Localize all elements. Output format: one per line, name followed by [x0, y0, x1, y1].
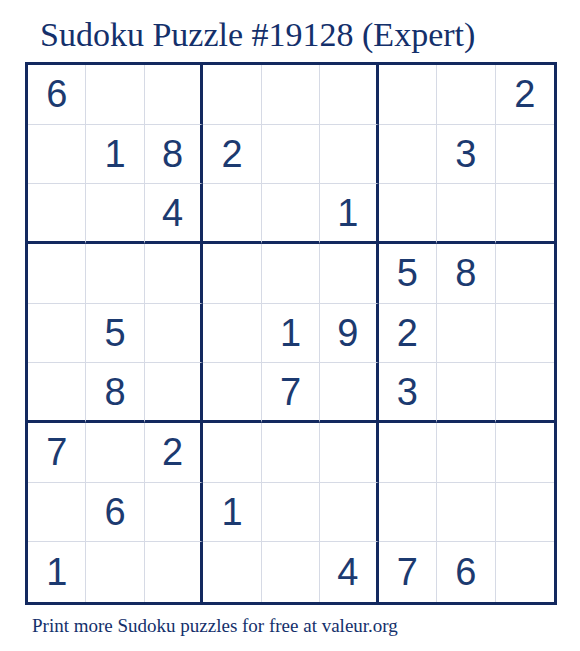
sudoku-cell [145, 542, 203, 602]
sudoku-cell [379, 125, 437, 185]
sudoku-cell [262, 125, 320, 185]
sudoku-cell [262, 542, 320, 602]
given-digit: 1 [221, 493, 242, 531]
sudoku-cell [379, 483, 437, 543]
sudoku-cell: 5 [379, 244, 437, 304]
sudoku-cell [437, 363, 495, 423]
sudoku-cell: 4 [320, 542, 378, 602]
sudoku-cell: 9 [320, 304, 378, 364]
sudoku-cell: 3 [437, 125, 495, 185]
sudoku-board: 6218234158519287372611476 [25, 62, 557, 605]
sudoku-cell [320, 244, 378, 304]
sudoku-cell [28, 184, 86, 244]
given-digit: 9 [337, 314, 358, 352]
sudoku-cell: 4 [145, 184, 203, 244]
sudoku-cell [145, 304, 203, 364]
given-digit: 4 [337, 553, 358, 591]
sudoku-cell [437, 304, 495, 364]
sudoku-cell: 3 [379, 363, 437, 423]
sudoku-cell [145, 363, 203, 423]
given-digit: 8 [105, 373, 126, 411]
sudoku-cell [262, 483, 320, 543]
sudoku-cell [86, 65, 144, 125]
sudoku-cell [203, 244, 261, 304]
sudoku-cell [262, 184, 320, 244]
sudoku-cell [28, 125, 86, 185]
given-digit: 8 [455, 254, 476, 292]
sudoku-cell [496, 363, 554, 423]
given-digit: 4 [162, 194, 183, 232]
sudoku-cell [496, 423, 554, 483]
sudoku-cell [262, 423, 320, 483]
sudoku-cell: 8 [86, 363, 144, 423]
sudoku-cell [203, 304, 261, 364]
sudoku-cell: 6 [28, 65, 86, 125]
sudoku-cell [496, 244, 554, 304]
sudoku-cell [203, 542, 261, 602]
sudoku-cell [320, 363, 378, 423]
given-digit: 2 [514, 75, 535, 113]
sudoku-cell [262, 65, 320, 125]
given-digit: 5 [397, 254, 418, 292]
sudoku-cell [437, 65, 495, 125]
given-digit: 2 [162, 433, 183, 471]
sudoku-cell: 2 [145, 423, 203, 483]
sudoku-cell [496, 542, 554, 602]
sudoku-cell [145, 483, 203, 543]
sudoku-cell: 1 [203, 483, 261, 543]
given-digit: 6 [105, 493, 126, 531]
given-digit: 1 [337, 194, 358, 232]
page-title: Sudoku Puzzle #19128 (Expert) [40, 16, 475, 54]
sudoku-cell [379, 423, 437, 483]
given-digit: 1 [280, 314, 301, 352]
sudoku-cell [203, 363, 261, 423]
sudoku-cell [320, 483, 378, 543]
sudoku-cell [379, 184, 437, 244]
sudoku-cell: 2 [496, 65, 554, 125]
sudoku-cell: 6 [86, 483, 144, 543]
sudoku-cell [496, 483, 554, 543]
sudoku-cell [496, 184, 554, 244]
given-digit: 5 [105, 314, 126, 352]
sudoku-cell [203, 423, 261, 483]
sudoku-cell [437, 184, 495, 244]
sudoku-cell [86, 542, 144, 602]
sudoku-cell: 7 [379, 542, 437, 602]
given-digit: 2 [221, 135, 242, 173]
sudoku-cell: 5 [86, 304, 144, 364]
sudoku-cell [320, 65, 378, 125]
sudoku-cell [203, 65, 261, 125]
sudoku-cell [496, 125, 554, 185]
sudoku-cell [437, 423, 495, 483]
given-digit: 3 [455, 135, 476, 173]
sudoku-cell [379, 65, 437, 125]
sudoku-cell [262, 244, 320, 304]
sudoku-cell [28, 483, 86, 543]
sudoku-cell: 6 [437, 542, 495, 602]
sudoku-cell [86, 184, 144, 244]
sudoku-cell [437, 483, 495, 543]
given-digit: 2 [397, 314, 418, 352]
sudoku-cell: 1 [262, 304, 320, 364]
sudoku-cell [145, 65, 203, 125]
given-digit: 1 [105, 135, 126, 173]
sudoku-cell: 7 [28, 423, 86, 483]
sudoku-cell [28, 363, 86, 423]
given-digit: 7 [397, 553, 418, 591]
given-digit: 6 [46, 75, 67, 113]
sudoku-cell [145, 244, 203, 304]
sudoku-cell [28, 304, 86, 364]
sudoku-cell: 1 [320, 184, 378, 244]
sudoku-cell: 1 [86, 125, 144, 185]
sudoku-cell: 1 [28, 542, 86, 602]
sudoku-cell [320, 423, 378, 483]
given-digit: 7 [280, 373, 301, 411]
sudoku-cell: 8 [145, 125, 203, 185]
footer-credit: Print more Sudoku puzzles for free at va… [32, 615, 398, 637]
sudoku-cell [496, 304, 554, 364]
sudoku-cell [203, 184, 261, 244]
given-digit: 6 [455, 553, 476, 591]
sudoku-cell [28, 244, 86, 304]
sudoku-cell [86, 244, 144, 304]
sudoku-cell [86, 423, 144, 483]
sudoku-cell [320, 125, 378, 185]
sudoku-cell: 2 [379, 304, 437, 364]
given-digit: 3 [397, 373, 418, 411]
given-digit: 7 [46, 433, 67, 471]
sudoku-cell: 8 [437, 244, 495, 304]
given-digit: 8 [162, 135, 183, 173]
given-digit: 1 [46, 553, 67, 591]
sudoku-cell: 2 [203, 125, 261, 185]
sudoku-cell: 7 [262, 363, 320, 423]
